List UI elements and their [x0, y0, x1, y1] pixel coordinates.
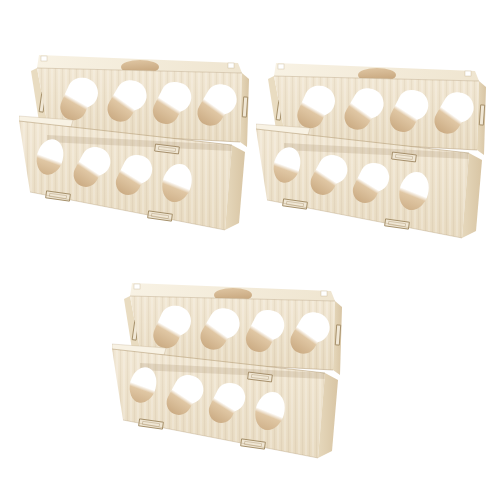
hideout-product-bottom-center [112, 283, 342, 461]
hideout-product-top-left [19, 55, 249, 233]
product-illustration [112, 283, 342, 461]
product-illustration [19, 55, 249, 233]
product-photo-canvas [0, 0, 500, 500]
product-illustration [256, 63, 486, 241]
hideout-product-top-right [256, 63, 486, 241]
